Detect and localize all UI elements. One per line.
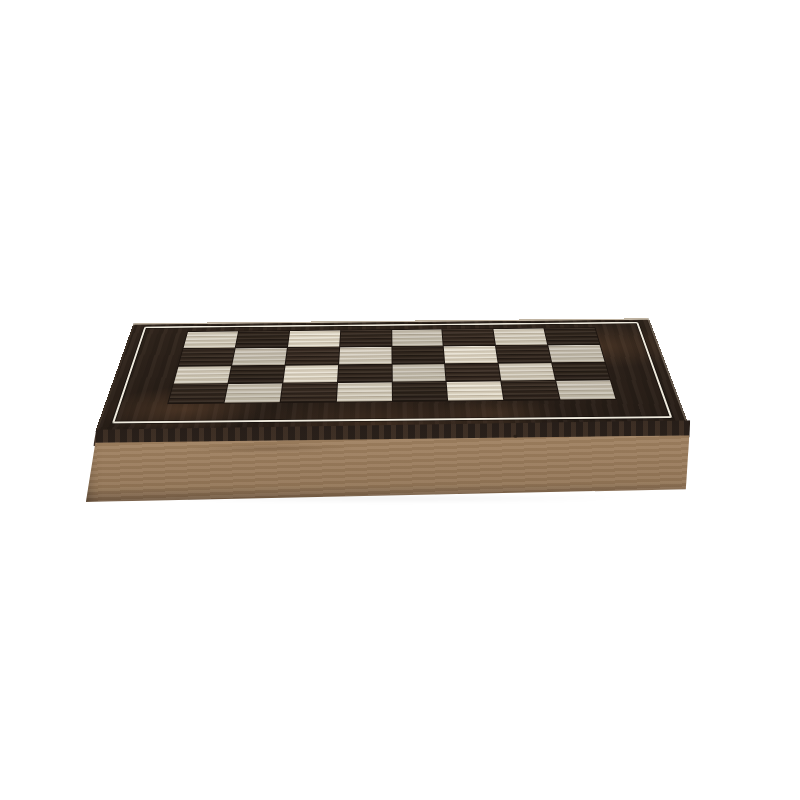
- board-square: [499, 363, 555, 381]
- board-square: [339, 347, 391, 364]
- board-square: [494, 329, 548, 345]
- board-square: [168, 384, 227, 403]
- product-photo: [0, 0, 800, 800]
- board-square: [445, 363, 500, 381]
- board-square: [338, 364, 392, 382]
- board-square: [502, 381, 560, 400]
- board-square: [288, 330, 340, 346]
- board-square: [496, 345, 551, 362]
- board-square: [392, 364, 446, 382]
- board-top-face: [95, 318, 689, 432]
- board-square: [336, 383, 391, 402]
- ground-shadow: [90, 497, 690, 503]
- board-square: [236, 331, 289, 347]
- board-square: [447, 382, 503, 401]
- board-square: [224, 384, 281, 403]
- board-square: [179, 348, 235, 365]
- board-square: [228, 365, 284, 383]
- board-square: [285, 347, 338, 364]
- checkerboard: [167, 327, 617, 404]
- board-square: [443, 329, 495, 345]
- board-square: [548, 345, 604, 362]
- board-square: [174, 366, 231, 384]
- board-square: [392, 382, 447, 401]
- board-square: [552, 362, 610, 380]
- board-square: [444, 346, 498, 363]
- board-top-face-perspective: [115, 301, 668, 440]
- board-square: [392, 346, 445, 363]
- board-square: [340, 330, 391, 346]
- board-square: [545, 328, 600, 344]
- chess-box: [83, 297, 705, 513]
- board-square: [556, 381, 615, 400]
- board-square: [392, 329, 443, 345]
- board-square: [232, 348, 287, 365]
- board-square: [280, 383, 336, 402]
- board-square: [184, 331, 238, 348]
- wood-knot: [513, 435, 517, 438]
- board-square: [283, 365, 338, 383]
